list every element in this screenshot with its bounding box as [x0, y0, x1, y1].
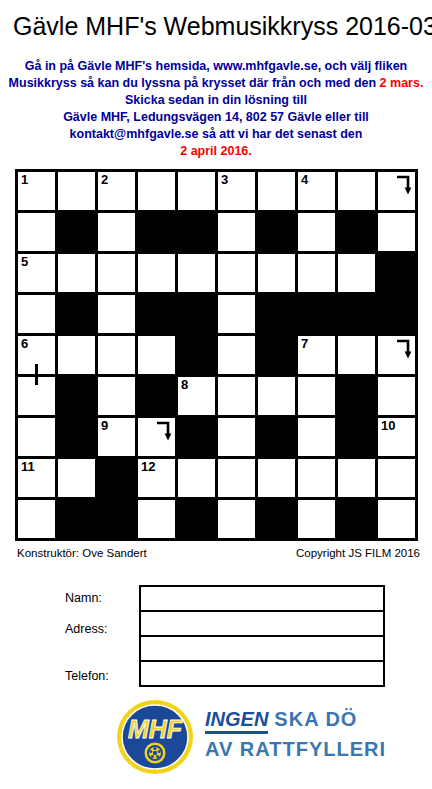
grid-cell[interactable]: [218, 213, 255, 251]
grid-cell[interactable]: [298, 500, 335, 538]
block-cell: [178, 336, 215, 374]
block-cell: [58, 500, 95, 538]
block-cell: [258, 213, 295, 251]
grid-cell[interactable]: [98, 254, 135, 292]
grid-cell[interactable]: [138, 254, 175, 292]
grid-cell[interactable]: [218, 500, 255, 538]
copyright-notice: Copyright JS FILM 2016: [296, 547, 420, 559]
grid-cell[interactable]: [58, 172, 95, 210]
grid-cell[interactable]: [178, 172, 215, 210]
grid-cell[interactable]: [338, 336, 375, 374]
crossword-grid[interactable]: 123456789101112: [15, 169, 418, 541]
clue-number: 4: [301, 172, 308, 187]
grid-cell[interactable]: [138, 418, 175, 456]
block-cell: [258, 500, 295, 538]
grid-cell[interactable]: [138, 500, 175, 538]
credits-row: Konstruktör: Ove Sandert Copyright JS FI…: [17, 547, 420, 559]
block-cell: [338, 213, 375, 251]
clue-number: 8: [181, 377, 188, 392]
instruction-line: Skicka sedan in din lösning till: [0, 92, 432, 109]
grid-cell[interactable]: [18, 500, 55, 538]
block-cell: [138, 377, 175, 415]
block-cell: [258, 295, 295, 333]
logo-slogan: INGENSKA DÖ AV RATTFYLLERI: [205, 706, 386, 761]
address-field-2[interactable]: [141, 637, 383, 662]
clue-number: 9: [101, 418, 108, 433]
phone-label: Telefon:: [65, 669, 109, 683]
grid-cell[interactable]: 3: [218, 172, 255, 210]
clue-number: 7: [301, 336, 308, 351]
grid-cell[interactable]: [338, 172, 375, 210]
page-title: Gävle MHF's Webmusikkryss 2016-03: [13, 12, 423, 41]
grid-cell[interactable]: 10: [378, 418, 415, 456]
mhf-logo: MHF INGENSKA DÖ AV RATTFYLLERI: [115, 698, 375, 778]
clue-number: 6: [21, 336, 28, 351]
slogan-ingen: INGEN: [205, 708, 268, 734]
grid-cell[interactable]: 2: [98, 172, 135, 210]
grid-cell[interactable]: [338, 254, 375, 292]
grid-cell[interactable]: [98, 377, 135, 415]
block-cell: [258, 336, 295, 374]
grid-cell[interactable]: [178, 459, 215, 497]
constructor-credit: Konstruktör: Ove Sandert: [17, 547, 147, 559]
grid-cell[interactable]: [98, 295, 135, 333]
block-cell: [258, 418, 295, 456]
instruction-line: Musikkryss så kan du lyssna på krysset d…: [0, 75, 432, 92]
grid-cell[interactable]: 11: [18, 459, 55, 497]
clue-number: 1: [21, 172, 28, 187]
mhf-badge-icon: MHF: [115, 698, 195, 776]
grid-cell[interactable]: [18, 418, 55, 456]
grid-cell[interactable]: [258, 377, 295, 415]
block-cell: [138, 213, 175, 251]
grid-cell[interactable]: [18, 377, 55, 415]
grid-cell[interactable]: [378, 459, 415, 497]
block-cell: [58, 418, 95, 456]
block-cell: [378, 254, 415, 292]
grid-cell[interactable]: [218, 459, 255, 497]
block-cell: [178, 213, 215, 251]
block-cell: [58, 377, 95, 415]
phone-field[interactable]: [141, 662, 383, 685]
block-cell: [338, 295, 375, 333]
grid-cell[interactable]: [218, 418, 255, 456]
grid-cell[interactable]: [98, 336, 135, 374]
grid-cell[interactable]: [258, 254, 295, 292]
instruction-line: kontakt@mhfgavle.se så att vi har det se…: [0, 126, 432, 143]
clue-number: 11: [21, 459, 35, 474]
block-cell: [338, 377, 375, 415]
grid-cell[interactable]: [258, 172, 295, 210]
grid-cell[interactable]: [298, 418, 335, 456]
grid-cell[interactable]: [138, 172, 175, 210]
page: Gävle MHF's Webmusikkryss 2016-03 Gå in …: [0, 0, 432, 789]
grid-cell[interactable]: [378, 172, 415, 210]
block-cell: [58, 295, 95, 333]
block-cell: [98, 459, 135, 497]
instruction-line: 2 april 2016.: [0, 143, 432, 160]
block-cell: [298, 295, 335, 333]
clue-number: 12: [141, 459, 155, 474]
grid-cell[interactable]: [338, 459, 375, 497]
mhf-badge-text: MHF: [128, 715, 183, 743]
word-divider-bar: [35, 364, 38, 385]
grid-cell[interactable]: [298, 459, 335, 497]
deadline-submit-date: 2 april 2016.: [180, 144, 252, 158]
block-cell: [178, 295, 215, 333]
instructions: Gå in på Gävle MHF's hemsida, www.mhfgav…: [0, 58, 432, 160]
grid-cell[interactable]: 8: [178, 377, 215, 415]
grid-cell[interactable]: [58, 336, 95, 374]
instruction-line: Gå in på Gävle MHF's hemsida, www.mhfgav…: [0, 58, 432, 75]
grid-cell[interactable]: [58, 254, 95, 292]
grid-cell[interactable]: [218, 377, 255, 415]
block-cell: [178, 418, 215, 456]
grid-cell[interactable]: [218, 336, 255, 374]
block-cell: [178, 500, 215, 538]
grid-cell[interactable]: 9: [98, 418, 135, 456]
deadline-listen-date: 2 mars.: [380, 76, 424, 90]
grid-cell[interactable]: [258, 459, 295, 497]
block-cell: [338, 418, 375, 456]
grid-cell[interactable]: [378, 500, 415, 538]
name-field[interactable]: [141, 587, 383, 612]
slogan-ska-do: SKA DÖ: [274, 708, 357, 730]
grid-cell[interactable]: [378, 213, 415, 251]
grid-cell[interactable]: 12: [138, 459, 175, 497]
block-cell: [58, 213, 95, 251]
block-cell: [138, 295, 175, 333]
grid-cell[interactable]: [218, 254, 255, 292]
grid-cell[interactable]: 1: [18, 172, 55, 210]
instruction-line: Gävle MHF, Ledungsvägen 14, 802 57 Gävle…: [0, 109, 432, 126]
contact-form: [139, 585, 385, 687]
clue-number: 2: [101, 172, 108, 187]
grid-cell[interactable]: [378, 336, 415, 374]
clue-number: 5: [21, 254, 28, 269]
grid-cell[interactable]: [58, 459, 95, 497]
name-label: Namn:: [65, 591, 102, 605]
grid-cell[interactable]: 7: [298, 336, 335, 374]
grid-cell[interactable]: [218, 295, 255, 333]
slogan-av-rattfylleri: AV RATTFYLLERI: [205, 738, 386, 761]
block-cell: [98, 500, 135, 538]
grid-cell[interactable]: [18, 295, 55, 333]
grid-cell[interactable]: [18, 213, 55, 251]
grid-cell[interactable]: [178, 254, 215, 292]
grid-cell[interactable]: [298, 213, 335, 251]
grid-cell[interactable]: 4: [298, 172, 335, 210]
clue-number: 3: [221, 172, 228, 187]
address-label: Adress:: [65, 622, 107, 636]
grid-cell[interactable]: 5: [18, 254, 55, 292]
block-cell: [338, 500, 375, 538]
block-cell: [378, 295, 415, 333]
address-field[interactable]: [141, 612, 383, 637]
grid-cell[interactable]: [138, 336, 175, 374]
grid-cell[interactable]: [378, 377, 415, 415]
grid-cell[interactable]: [98, 213, 135, 251]
grid-cell[interactable]: [298, 377, 335, 415]
clue-number: 10: [381, 418, 395, 433]
grid-cell[interactable]: [298, 254, 335, 292]
